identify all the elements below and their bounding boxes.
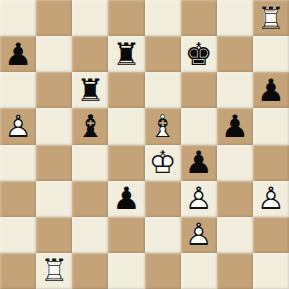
square-e1[interactable] (145, 253, 181, 289)
piece-black-rook-d7[interactable]: ♜ (108, 36, 144, 72)
piece-white-king-e4[interactable]: ♚♔ (145, 145, 181, 181)
square-b7[interactable] (36, 36, 72, 72)
square-a5[interactable]: ♟♙ (0, 108, 36, 144)
square-g8[interactable] (217, 0, 253, 36)
piece-outline-layer: ♙ (4, 111, 32, 142)
square-b5[interactable] (36, 108, 72, 144)
square-b6[interactable] (36, 72, 72, 108)
piece-glyph: ♝ (76, 111, 104, 142)
piece-black-pawn-f4[interactable]: ♟ (181, 145, 217, 181)
square-g4[interactable] (217, 145, 253, 181)
square-c3[interactable] (72, 181, 108, 217)
piece-black-pawn-a7[interactable]: ♟ (0, 36, 36, 72)
square-e7[interactable] (145, 36, 181, 72)
square-h7[interactable] (253, 36, 289, 72)
piece-white-pawn-h3[interactable]: ♟♙ (253, 181, 289, 217)
chessboard-container: ♜♖♟♜♚♜♟♟♙♝♝♗♟♚♔♟♟♟♙♟♙♟♙♜♖ (0, 0, 289, 289)
square-a3[interactable] (0, 181, 36, 217)
square-d3[interactable]: ♟ (108, 181, 144, 217)
square-c7[interactable] (72, 36, 108, 72)
piece-black-king-f7[interactable]: ♚ (181, 36, 217, 72)
square-h6[interactable]: ♟ (253, 72, 289, 108)
piece-white-rook-b1[interactable]: ♜♖ (36, 253, 72, 289)
square-f7[interactable]: ♚ (181, 36, 217, 72)
square-b1[interactable]: ♜♖ (36, 253, 72, 289)
square-e4[interactable]: ♚♔ (145, 145, 181, 181)
piece-black-bishop-c5[interactable]: ♝ (72, 108, 108, 144)
square-f2[interactable]: ♟♙ (181, 217, 217, 253)
square-e2[interactable] (145, 217, 181, 253)
square-d5[interactable] (108, 108, 144, 144)
piece-black-pawn-h6[interactable]: ♟ (253, 72, 289, 108)
square-d8[interactable] (108, 0, 144, 36)
square-d1[interactable] (108, 253, 144, 289)
square-b2[interactable] (36, 217, 72, 253)
piece-glyph: ♟ (221, 111, 249, 142)
square-g7[interactable] (217, 36, 253, 72)
piece-outline-layer: ♙ (185, 183, 213, 214)
piece-glyph: ♜ (113, 39, 141, 70)
square-f6[interactable] (181, 72, 217, 108)
piece-black-pawn-d3[interactable]: ♟ (108, 181, 144, 217)
square-h2[interactable] (253, 217, 289, 253)
piece-glyph: ♜ (76, 75, 104, 106)
piece-white-pawn-f2[interactable]: ♟♙ (181, 217, 217, 253)
piece-glyph: ♟ (185, 147, 213, 178)
chess-board: ♜♖♟♜♚♜♟♟♙♝♝♗♟♚♔♟♟♟♙♟♙♟♙♜♖ (0, 0, 289, 289)
square-c8[interactable] (72, 0, 108, 36)
square-b3[interactable] (36, 181, 72, 217)
square-f1[interactable] (181, 253, 217, 289)
piece-outline-layer: ♙ (257, 183, 285, 214)
square-f8[interactable] (181, 0, 217, 36)
piece-white-pawn-f3[interactable]: ♟♙ (181, 181, 217, 217)
square-b4[interactable] (36, 145, 72, 181)
piece-white-pawn-a5[interactable]: ♟♙ (0, 108, 36, 144)
square-e5[interactable]: ♝♗ (145, 108, 181, 144)
square-b8[interactable] (36, 0, 72, 36)
square-f3[interactable]: ♟♙ (181, 181, 217, 217)
square-g3[interactable] (217, 181, 253, 217)
square-h1[interactable] (253, 253, 289, 289)
square-d7[interactable]: ♜ (108, 36, 144, 72)
square-g5[interactable]: ♟ (217, 108, 253, 144)
piece-outline-layer: ♙ (185, 219, 213, 250)
square-e3[interactable] (145, 181, 181, 217)
square-c1[interactable] (72, 253, 108, 289)
square-a7[interactable]: ♟ (0, 36, 36, 72)
square-d4[interactable] (108, 145, 144, 181)
square-d6[interactable] (108, 72, 144, 108)
square-d2[interactable] (108, 217, 144, 253)
square-h3[interactable]: ♟♙ (253, 181, 289, 217)
piece-glyph: ♟ (4, 39, 32, 70)
square-c4[interactable] (72, 145, 108, 181)
square-f4[interactable]: ♟ (181, 145, 217, 181)
square-a2[interactable] (0, 217, 36, 253)
square-g6[interactable] (217, 72, 253, 108)
square-c6[interactable]: ♜ (72, 72, 108, 108)
piece-black-pawn-g5[interactable]: ♟ (217, 108, 253, 144)
square-e6[interactable] (145, 72, 181, 108)
square-a4[interactable] (0, 145, 36, 181)
square-a8[interactable] (0, 0, 36, 36)
piece-outline-layer: ♗ (149, 111, 177, 142)
piece-black-rook-c6[interactable]: ♜ (72, 72, 108, 108)
piece-glyph: ♟ (257, 75, 285, 106)
square-g1[interactable] (217, 253, 253, 289)
square-a1[interactable] (0, 253, 36, 289)
piece-outline-layer: ♖ (257, 3, 285, 34)
square-h4[interactable] (253, 145, 289, 181)
square-c2[interactable] (72, 217, 108, 253)
square-h8[interactable]: ♜♖ (253, 0, 289, 36)
square-g2[interactable] (217, 217, 253, 253)
square-f5[interactable] (181, 108, 217, 144)
piece-outline-layer: ♖ (40, 255, 68, 286)
square-a6[interactable] (0, 72, 36, 108)
piece-glyph: ♟ (113, 183, 141, 214)
square-h5[interactable] (253, 108, 289, 144)
piece-outline-layer: ♔ (149, 147, 177, 178)
square-c5[interactable]: ♝ (72, 108, 108, 144)
piece-glyph: ♚ (185, 39, 213, 70)
square-e8[interactable] (145, 0, 181, 36)
piece-white-bishop-e5[interactable]: ♝♗ (145, 108, 181, 144)
piece-white-rook-h8[interactable]: ♜♖ (253, 0, 289, 36)
